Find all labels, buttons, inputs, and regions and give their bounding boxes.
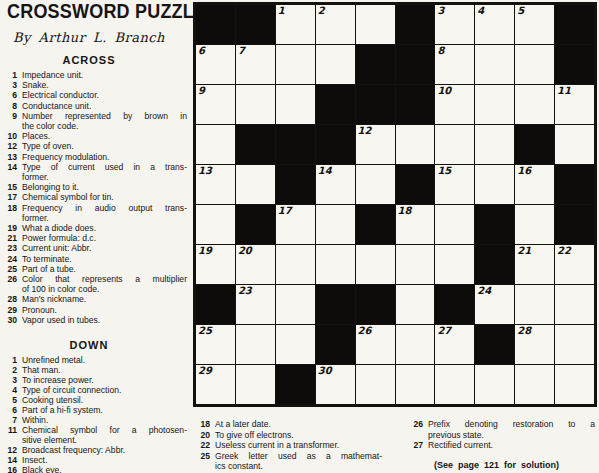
cell-number: 4	[477, 5, 484, 16]
cell-r5c1[interactable]: 13	[196, 165, 235, 204]
cell-r6c5-block	[356, 205, 395, 244]
cell-r1c8[interactable]: 4	[475, 5, 514, 44]
clue-text: Broadcast frequency: Abbr.	[22, 445, 187, 455]
clue-across-21: 21Power formula: d.c.	[0, 233, 187, 243]
page-title: CROSSWORD PUZZLE	[7, 2, 190, 23]
cell-r7c8-block	[475, 245, 514, 284]
clue-down-12: 12Broadcast frequency: Abbr.	[0, 445, 187, 455]
clue-number: 18	[195, 419, 210, 430]
across-header: ACROSS	[0, 54, 178, 66]
cell-r1c5[interactable]	[356, 5, 395, 44]
cell-number: 16	[517, 165, 531, 176]
clue-across-28: 28Man's nickname.	[0, 294, 187, 304]
cell-r9c6[interactable]	[396, 325, 435, 364]
down-clues-end-list: 26Prefix denoting restoration to aprevio…	[408, 419, 595, 451]
cell-r4c4-block	[316, 125, 355, 164]
clue-text: Type of current used in a trans-former.	[22, 162, 187, 182]
cell-r9c7[interactable]: 27	[435, 325, 474, 364]
clue-number: 20	[195, 430, 210, 441]
cell-number: 23	[238, 285, 252, 296]
clues-column: CROSSWORD PUZZLE By Arthur L. Branch ACR…	[0, 0, 190, 473]
across-clue-list: 1Impedance unit.3Snake.6Electrical condu…	[0, 70, 187, 325]
cell-r1c6-block	[396, 5, 435, 44]
cell-r3c5-block	[356, 85, 395, 124]
clue-text: Electrical conductor.	[22, 90, 187, 100]
cell-r7c5[interactable]	[356, 245, 395, 284]
cell-r5c4[interactable]: 14	[316, 165, 355, 204]
clue-text: At a later date.	[215, 419, 382, 430]
clue-number: 2	[0, 365, 17, 375]
clue-text: Vapor used in tubes.	[22, 315, 187, 325]
cell-r4c8[interactable]	[475, 125, 514, 164]
cell-r7c2[interactable]: 20	[236, 245, 275, 284]
cell-r9c8-block	[475, 325, 514, 364]
cell-number: 28	[517, 325, 531, 336]
cell-number: 22	[557, 245, 571, 256]
clue-number: 24	[0, 254, 17, 264]
cell-number: 13	[198, 165, 212, 176]
cell-r1c1-block	[196, 5, 235, 44]
clue-number: 28	[0, 294, 17, 304]
cell-r8c4-block	[316, 285, 355, 324]
clue-text: Type of circuit connection.	[22, 385, 187, 395]
cell-r2c1[interactable]: 6	[196, 45, 235, 84]
clue-number: 16	[0, 465, 17, 473]
cell-r8c3[interactable]	[276, 285, 315, 324]
cell-r8c6[interactable]	[396, 285, 435, 324]
clue-number: 4	[0, 385, 17, 395]
cell-r2c9[interactable]	[515, 45, 554, 84]
clue-across-14: 14Type of current used in a trans-former…	[0, 162, 187, 182]
clue-text: Insect.	[22, 455, 187, 465]
clue-number: 26	[0, 274, 17, 294]
clue-number: 22	[195, 440, 210, 451]
cell-r2c6-block	[396, 45, 435, 84]
clue-number: 14	[0, 162, 17, 182]
cell-r1c4[interactable]: 2	[316, 5, 355, 44]
cell-r2c2[interactable]: 7	[236, 45, 275, 84]
clue-number: 5	[0, 395, 17, 405]
cell-r2c3[interactable]	[276, 45, 315, 84]
cell-number: 18	[398, 205, 412, 216]
clue-down-4: 4Type of circuit connection.	[0, 385, 187, 395]
cell-r10c10[interactable]	[555, 365, 594, 404]
cell-r6c1[interactable]	[196, 205, 235, 244]
clue-number: 17	[0, 192, 17, 202]
clue-text: Frequency in audio output trans-former.	[22, 203, 187, 223]
cell-r2c8[interactable]	[475, 45, 514, 84]
cell-r3c8[interactable]	[475, 85, 514, 124]
cell-r9c4-block	[316, 325, 355, 364]
cell-r10c4[interactable]: 30	[316, 365, 355, 404]
bottom-right-column: 26Prefix denoting restoration to aprevio…	[408, 419, 599, 472]
clue-text: Conductance unit.	[22, 101, 187, 111]
clue-text: Power formula: d.c.	[22, 233, 187, 243]
cell-r8c10[interactable]	[555, 285, 594, 324]
cell-r1c2-block	[236, 5, 275, 44]
clue-number: 10	[0, 131, 17, 141]
cell-r4c3-block	[276, 125, 315, 164]
clue-number: 6	[0, 90, 17, 100]
cell-r4c6[interactable]	[396, 125, 435, 164]
clue-text: Pronoun.	[22, 305, 187, 315]
clue-text: That man.	[22, 365, 187, 375]
clue-number: 3	[0, 80, 17, 90]
clue-text: To terminate.	[22, 254, 187, 264]
cell-r10c3-block	[276, 365, 315, 404]
cell-r3c7[interactable]: 10	[435, 85, 474, 124]
clue-down-7: 7Within.	[0, 415, 187, 425]
cell-r7c9[interactable]: 21	[515, 245, 554, 284]
clue-number: 12	[0, 445, 17, 455]
cell-r5c9[interactable]: 16	[515, 165, 554, 204]
down-clue-list: 1Unrefined metal.2That man.3To increase …	[0, 355, 187, 473]
cell-number: 27	[437, 325, 451, 336]
cell-number: 29	[198, 365, 212, 376]
clue-across-24: 24To terminate.	[0, 254, 187, 264]
clue-across-25: 25Part of a tube.	[0, 264, 187, 274]
clue-text: Type of oven.	[22, 141, 187, 151]
clue-text: Part of a tube.	[22, 264, 187, 274]
clue-number: 26	[408, 419, 423, 440]
cell-r3c10[interactable]: 11	[555, 85, 594, 124]
cell-r3c9[interactable]	[515, 85, 554, 124]
cell-r5c8[interactable]	[475, 165, 514, 204]
cell-r2c4[interactable]	[316, 45, 355, 84]
clue-text: Cooking utensil.	[22, 395, 187, 405]
clue-text: Chemical symbol for a photosen-sitive el…	[22, 425, 187, 445]
cell-r4c2-block	[236, 125, 275, 164]
cell-r5c3-block	[276, 165, 315, 204]
clue-number: 14	[0, 455, 17, 465]
cell-number: 11	[557, 85, 571, 96]
byline: By Arthur L. Branch	[0, 30, 178, 45]
clue-down-18: 18At a later date.	[195, 419, 382, 430]
clue-text: Part of a hi-fi system.	[22, 405, 187, 415]
clue-text: To increase power.	[22, 375, 187, 385]
clue-number: 8	[0, 101, 17, 111]
cell-r5c5[interactable]	[356, 165, 395, 204]
cell-r5c7[interactable]: 15	[435, 165, 474, 204]
cell-r4c9-block	[515, 125, 554, 164]
clue-across-8: 8Conductance unit.	[0, 101, 187, 111]
clue-number: 13	[0, 152, 17, 162]
clue-across-29: 29Pronoun.	[0, 305, 187, 315]
cell-r6c8-block	[475, 205, 514, 244]
cell-r3c6-block	[396, 85, 435, 124]
clue-text: Black eye.	[22, 465, 187, 473]
bottom-clues-section: 18At a later date.20To give off electron…	[195, 419, 599, 472]
clue-number: 9	[0, 111, 17, 131]
down-clues-continued-list: 18At a later date.20To give off electron…	[195, 419, 382, 472]
cell-r10c9[interactable]	[515, 365, 554, 404]
cell-r5c2[interactable]	[236, 165, 275, 204]
clue-across-18: 18Frequency in audio output trans-former…	[0, 203, 187, 223]
clue-down-16: 16Black eye.	[0, 465, 187, 473]
clue-across-30: 30Vapor used in tubes.	[0, 315, 187, 325]
cell-r8c7-block	[435, 285, 474, 324]
clue-number: 11	[0, 425, 17, 445]
clue-number: 25	[195, 451, 210, 472]
cell-r9c9[interactable]: 28	[515, 325, 554, 364]
clue-across-1: 1Impedance unit.	[0, 70, 187, 80]
clue-down-5: 5Cooking utensil.	[0, 395, 187, 405]
cell-r3c4-block	[316, 85, 355, 124]
clue-number: 3	[0, 375, 17, 385]
cell-number: 12	[358, 125, 372, 136]
clue-down-11: 11Chemical symbol for a photosen-sitive …	[0, 425, 187, 445]
clue-text: What a diode does.	[22, 223, 187, 233]
clue-number: 23	[0, 243, 17, 253]
clue-down-26: 26Prefix denoting restoration to aprevio…	[408, 419, 595, 440]
cell-r8c8[interactable]: 24	[475, 285, 514, 324]
cell-r9c3[interactable]	[276, 325, 315, 364]
cell-number: 9	[198, 85, 205, 96]
clue-down-14: 14Insect.	[0, 455, 187, 465]
clue-text: Current unit: Abbr.	[22, 243, 187, 253]
clue-text: Unrefined metal.	[22, 355, 187, 365]
cell-r6c6[interactable]: 18	[396, 205, 435, 244]
cell-r10c1[interactable]: 29	[196, 365, 235, 404]
clue-text: Places.	[22, 131, 187, 141]
clue-text: Impedance unit.	[22, 70, 187, 80]
cell-r9c10[interactable]	[555, 325, 594, 364]
cell-r5c6-block	[396, 165, 435, 204]
cell-r6c3[interactable]: 17	[276, 205, 315, 244]
cell-number: 19	[198, 245, 212, 256]
bottom-left-column: 18At a later date.20To give off electron…	[195, 419, 408, 472]
clue-number: 30	[0, 315, 17, 325]
clue-number: 27	[408, 440, 423, 451]
clue-number: 21	[0, 233, 17, 243]
cell-r7c3[interactable]	[276, 245, 315, 284]
clue-across-6: 6Electrical conductor.	[0, 90, 187, 100]
cell-r4c10[interactable]	[555, 125, 594, 164]
clue-text: Greek letter used as a mathemat-ics cons…	[215, 451, 382, 472]
cell-number: 30	[318, 365, 332, 376]
clue-number: 29	[0, 305, 17, 315]
clue-across-10: 10Places.	[0, 131, 187, 141]
cell-number: 15	[437, 165, 451, 176]
cell-r2c7[interactable]: 8	[435, 45, 474, 84]
cell-r10c6[interactable]	[396, 365, 435, 404]
cell-r6c4[interactable]	[316, 205, 355, 244]
cell-r7c6[interactable]	[396, 245, 435, 284]
clue-number: 19	[0, 223, 17, 233]
clue-across-3: 3Snake.	[0, 80, 187, 90]
cell-r7c10[interactable]: 22	[555, 245, 594, 284]
cell-number: 14	[318, 165, 332, 176]
cell-r10c5[interactable]	[356, 365, 395, 404]
clue-across-17: 17Chemical symbol for tin.	[0, 192, 187, 202]
cell-r4c1[interactable]	[196, 125, 235, 164]
clue-across-13: 13Frequency modulation.	[0, 152, 187, 162]
clue-number: 1	[0, 355, 17, 365]
cell-number: 24	[477, 285, 491, 296]
cell-r10c2[interactable]	[236, 365, 275, 404]
cell-number: 26	[358, 325, 372, 336]
clue-down-6: 6Part of a hi-fi system.	[0, 405, 187, 415]
clue-text: Frequency modulation.	[22, 152, 187, 162]
cell-r1c9[interactable]: 5	[515, 5, 554, 44]
clue-text: Belonging to it.	[22, 182, 187, 192]
cell-r10c8[interactable]	[475, 365, 514, 404]
cell-r8c5-block	[356, 285, 395, 324]
clue-across-26: 26Color that represents a multiplierof 1…	[0, 274, 187, 294]
clue-across-19: 19What a diode does.	[0, 223, 187, 233]
cell-number: 10	[437, 85, 451, 96]
cell-r10c7[interactable]	[435, 365, 474, 404]
cell-r6c9[interactable]	[515, 205, 554, 244]
cell-r6c2-block	[236, 205, 275, 244]
cell-number: 1	[278, 5, 285, 16]
cell-number: 21	[517, 245, 531, 256]
clue-number: 25	[0, 264, 17, 274]
clue-text: Number represented by brown inthe color …	[22, 111, 187, 131]
cell-number: 6	[198, 45, 205, 56]
clue-number: 1	[0, 70, 17, 80]
cell-r6c10-block	[555, 205, 594, 244]
clue-text: To give off electrons.	[215, 430, 382, 441]
cell-r7c1[interactable]: 19	[196, 245, 235, 284]
cell-r4c7[interactable]	[435, 125, 474, 164]
clue-across-9: 9Number represented by brown inthe color…	[0, 111, 187, 131]
cell-r7c7[interactable]	[435, 245, 474, 284]
clue-text: Snake.	[22, 80, 187, 90]
clue-text: Color that represents a multiplierof 100…	[22, 274, 187, 294]
cell-number: 17	[278, 205, 292, 216]
cell-number: 25	[198, 325, 212, 336]
cell-r8c2[interactable]: 23	[236, 285, 275, 324]
clue-number: 6	[0, 405, 17, 415]
clue-across-15: 15Belonging to it.	[0, 182, 187, 192]
cell-r4c5[interactable]: 12	[356, 125, 395, 164]
cell-number: 8	[437, 45, 444, 56]
magazine-crossword-page: CROSSWORD PUZZLE By Arthur L. Branch ACR…	[0, 0, 599, 473]
clue-text: Man's nickname.	[22, 294, 187, 304]
cell-number: 5	[517, 5, 524, 16]
clue-number: 12	[0, 141, 17, 151]
solution-note: (See page 121 for solution)	[434, 460, 599, 470]
clue-text: Useless current in a transformer.	[215, 440, 382, 451]
clue-across-23: 23Current unit: Abbr.	[0, 243, 187, 253]
down-header: DOWN	[0, 339, 178, 351]
clue-down-20: 20To give off electrons.	[195, 430, 382, 441]
cell-r8c9[interactable]	[515, 285, 554, 324]
cell-number: 2	[318, 5, 325, 16]
cell-r1c7[interactable]: 3	[435, 5, 474, 44]
clue-number: 18	[0, 203, 17, 223]
cell-r1c3[interactable]: 1	[276, 5, 315, 44]
clue-text: Within.	[22, 415, 187, 425]
clue-down-27: 27Rectified current.	[408, 440, 595, 451]
cell-r9c1[interactable]: 25	[196, 325, 235, 364]
cell-r2c5-block	[356, 45, 395, 84]
cell-r3c3[interactable]	[276, 85, 315, 124]
cell-r6c7[interactable]	[435, 205, 474, 244]
cell-r3c2[interactable]	[236, 85, 275, 124]
clue-down-3: 3To increase power.	[0, 375, 187, 385]
cell-r9c2[interactable]	[236, 325, 275, 364]
clue-down-2: 2That man.	[0, 365, 187, 375]
clue-text: Rectified current.	[428, 440, 595, 451]
crossword-grid: 1234567891011121314151617181920212223242…	[193, 2, 597, 407]
clue-text: Chemical symbol for tin.	[22, 192, 187, 202]
cell-r5c10-block	[555, 165, 594, 204]
cell-r1c10-block	[555, 5, 594, 44]
cell-number: 20	[238, 245, 252, 256]
clue-text: Prefix denoting restoration to aprevious…	[428, 419, 595, 440]
cell-number: 3	[437, 5, 444, 16]
cell-r2c10-block	[555, 45, 594, 84]
cell-number: 7	[238, 45, 245, 56]
clue-number: 7	[0, 415, 17, 425]
cell-r9c5[interactable]: 26	[356, 325, 395, 364]
cell-r8c1-block	[196, 285, 235, 324]
clue-down-1: 1Unrefined metal.	[0, 355, 187, 365]
cell-r7c4[interactable]	[316, 245, 355, 284]
clue-down-25: 25Greek letter used as a mathemat-ics co…	[195, 451, 382, 472]
clue-across-12: 12Type of oven.	[0, 141, 187, 151]
clue-number: 15	[0, 182, 17, 192]
cell-r3c1[interactable]: 9	[196, 85, 235, 124]
clue-down-22: 22Useless current in a transformer.	[195, 440, 382, 451]
